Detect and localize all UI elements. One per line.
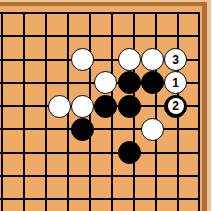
go-board: 312 <box>0 0 211 211</box>
stone-white-s16: 1 <box>164 71 187 94</box>
stone-black-s15: 2 <box>164 95 187 118</box>
grid-horizontal-line <box>0 175 200 177</box>
stone-white-s17: 3 <box>164 48 187 71</box>
stone-white-r17 <box>141 48 164 71</box>
grid-horizontal-line <box>0 152 200 154</box>
stone-black-q16 <box>118 71 141 94</box>
stone-black-q13 <box>118 141 141 164</box>
board-frame-top <box>0 2 211 6</box>
grid-vertical-line-right-edge <box>198 12 200 211</box>
stone-black-o14 <box>71 118 94 141</box>
stone-white-n15 <box>48 95 71 118</box>
stone-white-o17 <box>71 48 94 71</box>
grid-vertical-line <box>155 12 157 211</box>
stone-black-r16 <box>141 71 164 94</box>
stone-white-o15 <box>71 95 94 118</box>
grid-horizontal-line <box>0 35 200 37</box>
grid-vertical-line <box>1 12 3 211</box>
stone-black-q15 <box>118 95 141 118</box>
grid-vertical-line <box>23 12 25 211</box>
move-number-label: 2 <box>168 98 184 114</box>
stone-white-r14 <box>141 118 164 141</box>
stone-black-p15 <box>94 95 117 118</box>
grid-vertical-line <box>45 12 47 211</box>
grid-horizontal-line <box>0 198 200 200</box>
grid-horizontal-line <box>0 128 200 130</box>
grid-horizontal-line-top-edge <box>0 12 200 14</box>
move-number-label: 3 <box>168 52 184 68</box>
move-number-label: 1 <box>168 75 184 91</box>
stone-white-p16 <box>94 71 117 94</box>
stone-white-q17 <box>118 48 141 71</box>
board-frame-highlight-right <box>207 2 212 211</box>
